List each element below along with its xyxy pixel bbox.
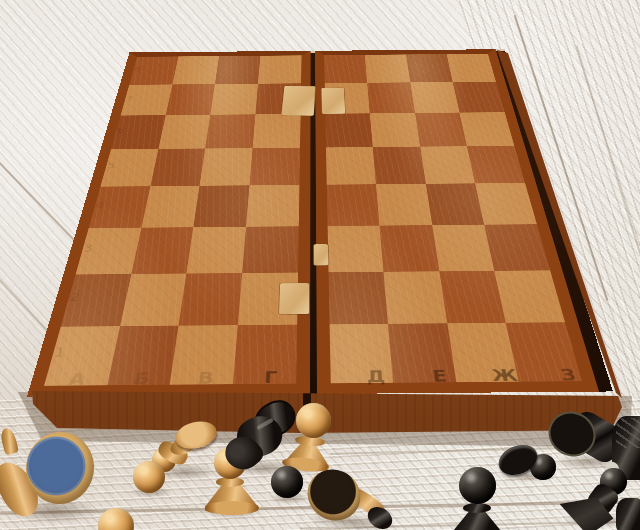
- square: [205, 114, 255, 148]
- square: [484, 224, 550, 271]
- square: [179, 273, 242, 326]
- square: [325, 113, 373, 147]
- file-letter: Б: [132, 370, 151, 388]
- square: [420, 146, 475, 184]
- square: [384, 271, 447, 323]
- square: [327, 226, 383, 273]
- file-letter: Д: [366, 368, 386, 386]
- square: [141, 186, 200, 228]
- square: [249, 148, 299, 186]
- square: [495, 270, 565, 322]
- square: [460, 112, 515, 146]
- square: [326, 184, 379, 226]
- square: [158, 115, 210, 149]
- square: [246, 185, 299, 227]
- square: [447, 54, 496, 82]
- square: [326, 147, 376, 185]
- square: [165, 84, 215, 115]
- square: [131, 227, 193, 274]
- square: [376, 184, 432, 226]
- square: [475, 183, 537, 225]
- square: [120, 274, 187, 327]
- black-pawn-head-ball: [268, 462, 312, 506]
- square: [365, 54, 410, 82]
- veneer-damage-patch: [314, 244, 329, 265]
- square: [410, 82, 460, 113]
- white-pawn-head-ball: [130, 458, 174, 502]
- square: [453, 82, 505, 113]
- square: [200, 148, 253, 186]
- square: [373, 147, 426, 185]
- white-pawn-bottom-edge: [94, 506, 144, 530]
- square: [367, 82, 415, 113]
- veneer-damage-patch: [279, 283, 309, 314]
- square: [258, 55, 301, 83]
- file-letter: В: [197, 370, 215, 388]
- square: [415, 113, 467, 147]
- veneer-damage-patch: [281, 86, 315, 116]
- file-letter: Е: [432, 368, 449, 386]
- black-piece-corner: [616, 498, 640, 530]
- square: [172, 56, 219, 84]
- square: [324, 55, 367, 83]
- square: [150, 148, 205, 186]
- square: [187, 227, 246, 274]
- square: [253, 114, 301, 148]
- square: [210, 84, 257, 115]
- file-letter: Ж: [490, 367, 519, 385]
- file-letter: Г: [264, 369, 278, 387]
- square: [215, 56, 260, 84]
- pawn-base: [205, 501, 259, 515]
- square: [370, 113, 420, 147]
- white-pawn-lying-dark-felt: [305, 466, 403, 530]
- square: [467, 146, 525, 184]
- square: [242, 226, 298, 273]
- square: [380, 225, 440, 272]
- square: [194, 185, 250, 227]
- veneer-damage-patch: [321, 88, 345, 114]
- photo-of-folding-chess-set: АБВГДЕЖЗ 87654321: [0, 0, 640, 530]
- square: [328, 272, 388, 325]
- square: [406, 54, 453, 82]
- square: [426, 183, 485, 225]
